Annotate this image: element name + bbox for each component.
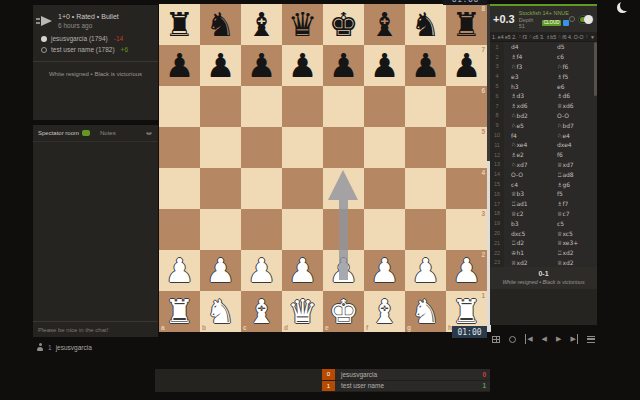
move-row-19: 19b3c5 [490,218,597,228]
engine-pv-row[interactable]: 1. e4 e5 2. ♘f3 ♘c6 3. ♗b5 ♘f6 4. O-O ♘x… [490,32,597,42]
menu-icon[interactable] [587,336,595,343]
black-pawn-f7[interactable]: ♟ [364,45,405,86]
white-bishop-c1[interactable]: ♝ [241,291,282,332]
black-knight-b8[interactable]: ♞ [200,4,241,45]
square-f2[interactable]: ♟ [364,250,405,291]
analysis-board-icon[interactable] [492,336,500,343]
standings-table: 0jesusvgarcia01test user name1 [322,369,490,392]
black-pawn-d7[interactable]: ♟ [282,45,323,86]
square-c2[interactable]: ♟ [241,250,282,291]
black-move[interactable]: c6 [550,53,597,60]
engine-header: +0.3 Stockfish 14+ NNUE Depth 51 CLOUD [490,4,597,32]
square-e6[interactable] [323,86,364,127]
black-pawn-e7[interactable]: ♟ [323,45,364,86]
square-g8[interactable]: ♞ [405,4,446,45]
square-d5[interactable] [282,127,323,168]
room-open-toggle[interactable] [82,130,90,136]
square-g6[interactable] [405,86,446,127]
prev-move-button[interactable]: ◀ [542,334,547,344]
white-move[interactable]: d4 [504,43,550,50]
black-clock: 01:00 [443,0,487,5]
square-a4[interactable] [159,168,200,209]
square-b2[interactable]: ♟ [200,250,241,291]
square-g3[interactable] [405,209,446,250]
move-number: 12 [490,150,504,160]
white-color-icon [41,36,47,42]
time-control-label: 1+0 • Rated • Bullet [58,13,119,20]
black-bishop-f8[interactable]: ♝ [364,4,405,45]
square-e1[interactable]: ♚e [323,291,364,332]
move-row-17: 17♖ad1♗f7 [490,199,597,209]
white-move[interactable]: dxc5 [504,230,550,237]
black-bishop-c8[interactable]: ♝ [241,4,282,45]
white-move[interactable]: ♘xd7 [504,161,550,168]
spectator-count: 1 [48,344,52,351]
white-rating-delta: -14 [114,35,123,42]
square-g5[interactable] [405,127,446,168]
square-h2[interactable]: ♟2 [446,250,487,291]
square-f1[interactable]: ♝f [364,291,405,332]
square-h4[interactable]: 4 [446,168,487,209]
square-a8[interactable]: ♜ [159,4,200,45]
square-f7[interactable]: ♟ [364,45,405,86]
black-move[interactable]: c5 [550,220,597,227]
spectator-room-label: Spectator room [38,130,79,136]
white-knight-g1[interactable]: ♞ [405,291,446,332]
cycle-icon[interactable] [509,336,516,343]
move-number: 8 [490,111,504,121]
voice-chat-icon[interactable] [145,129,153,138]
square-f6[interactable] [364,86,405,127]
white-move[interactable]: f4 [504,132,550,139]
square-c1[interactable]: ♝c [241,291,282,332]
move-number: 18 [490,209,504,219]
square-c5[interactable] [241,127,282,168]
white-move[interactable]: h3 [504,83,550,90]
square-e5[interactable] [323,127,364,168]
black-move[interactable]: ♘f6 [550,63,597,70]
square-b5[interactable] [200,127,241,168]
black-player-name[interactable]: test user name (1782) [51,46,115,53]
engine-eval: +0.3 [493,13,515,25]
result-block: 0-1 White resigned • Black is victorious [490,267,597,289]
square-b4[interactable] [200,168,241,209]
black-move[interactable]: e6 [550,83,597,90]
move-row-16: 16♕b3f5 [490,189,597,199]
square-c4[interactable] [241,168,282,209]
move-row-5: 5h3e6 [490,81,597,91]
square-a6[interactable] [159,86,200,127]
engine-pv-line[interactable]: 1. e4 e5 2. ♘f3 ♘c6 3. ♗b5 ♘f6 4. O-O ♘x… [492,34,588,40]
square-h3[interactable]: 3 [446,209,487,250]
move-number: 3 [490,62,504,72]
move-number: 4 [490,71,504,81]
standings-bar: 0jesusvgarcia01test user name1 [155,369,490,392]
engine-name: Stockfish 14+ NNUE [519,10,569,16]
move-row-9: 9♘e5♘bd7 [490,120,597,130]
black-move[interactable]: ♕c7 [550,210,597,217]
black-rook-h8[interactable]: ♜ [446,4,487,45]
white-move[interactable]: ♗f4 [504,53,550,60]
square-g4[interactable] [405,168,446,209]
white-player-name[interactable]: jesusvgarcia (1794) [51,35,108,42]
analysis-panel: +0.3 Stockfish 14+ NNUE Depth 51 CLOUD 1… [490,4,597,325]
black-move[interactable]: f5 [550,190,597,197]
square-f5[interactable] [364,127,405,168]
move-row-10: 10f4♘e4 [490,130,597,140]
white-move[interactable]: ♕b3 [504,190,550,197]
move-number: 16 [490,189,504,199]
engine-arrow-head [328,170,358,200]
black-pawn-g7[interactable]: ♟ [405,45,446,86]
move-number: 11 [490,140,504,150]
square-e7[interactable]: ♟ [323,45,364,86]
black-move[interactable]: O-O [550,112,597,119]
black-pawn-h7[interactable]: ♟ [446,45,487,86]
square-d8[interactable]: ♛ [282,4,323,45]
black-move[interactable]: ♗f7 [550,200,597,207]
move-row-20: 20dxc5♕xc5 [490,228,597,238]
moon-icon[interactable] [617,2,628,13]
black-move[interactable]: d5 [550,43,597,50]
move-row-21: 21♖d2♕xe3+ [490,238,597,248]
move-row-7: 7♗xd6♕xd6 [490,101,597,111]
standings-row[interactable]: 0jesusvgarcia0 [322,369,490,381]
last-move-button[interactable]: ▶ [570,334,577,344]
white-pawn-d2[interactable]: ♟ [282,250,323,291]
lichess-game-screen: 1+0 • Rated • Bullet 6 hours ago jesusvg… [0,0,640,400]
chess-board[interactable]: ♜♞♝♛♚♝♞♜8♟♟♟♟♟♟♟♟76543♟♟♟♟♟♟♟♟2♜a♞b♝c♛d♚… [159,4,487,332]
square-c3[interactable] [241,209,282,250]
cloud-badge: CLOUD [542,20,562,26]
black-move[interactable]: ♕xd2 [550,259,597,266]
coord-rank-5: 5 [481,128,485,135]
square-b6[interactable] [200,86,241,127]
game-meta-box: 1+0 • Rated • Bullet 6 hours ago jesusvg… [33,5,158,120]
square-a2[interactable]: ♟ [159,250,200,291]
engine-settings-icon[interactable] [569,16,575,22]
move-number: 15 [490,179,504,189]
coord-rank-4: 4 [481,169,485,176]
black-rating-delta: +6 [121,46,128,53]
standings-player-name[interactable]: test user name [335,382,482,389]
black-move[interactable]: ♖xd2 [550,249,597,256]
info-badge[interactable] [563,20,569,26]
white-queen-d1[interactable]: ♛ [282,291,323,332]
white-player-row[interactable]: jesusvgarcia (1794) -14 [33,33,158,44]
white-move[interactable]: ♖ad1 [504,200,550,207]
coord-rank-6: 6 [481,87,485,94]
move-row-3: 3♘f3♘f6 [490,62,597,72]
square-b8[interactable]: ♞ [200,4,241,45]
black-player-row[interactable]: test user name (1782) +6 [33,44,158,55]
move-number: 5 [490,81,504,91]
person-icon [36,343,44,351]
white-move[interactable]: ♘e5 [504,122,550,129]
square-d3[interactable] [282,209,323,250]
spectator-name[interactable]: jesusvgarcia [56,344,92,351]
square-f8[interactable]: ♝ [364,4,405,45]
white-pawn-f2[interactable]: ♟ [364,250,405,291]
move-number: 1 [490,42,504,52]
move-row-22: 22♔h1♖xd2 [490,248,597,258]
white-pawn-h2[interactable]: ♟ [446,250,487,291]
white-move[interactable]: ♘bd2 [504,112,550,119]
white-move[interactable]: ♔h1 [504,249,550,256]
white-move[interactable]: ♘xe4 [504,141,550,148]
chat-messages [33,142,158,321]
move-number: 22 [490,248,504,258]
move-row-4: 4e3♗f5 [490,71,597,81]
engine-depth: Depth 51 [519,17,540,29]
square-b3[interactable] [200,209,241,250]
result-score: 0-1 [490,270,597,277]
square-h8[interactable]: ♜8 [446,4,487,45]
black-move[interactable]: ♘e4 [550,132,597,139]
white-bishop-f1[interactable]: ♝ [364,291,405,332]
coord-rank-3: 3 [481,210,485,217]
black-move[interactable]: ♗g6 [550,181,597,188]
white-clock: 01:00 [452,326,487,338]
white-move[interactable]: ♘f3 [504,63,550,70]
white-move[interactable]: ♗xd6 [504,102,550,109]
square-e8[interactable]: ♚ [323,4,364,45]
move-row-14: 14O-O♖ad8 [490,169,597,179]
square-g2[interactable]: ♟ [405,250,446,291]
black-move[interactable]: ♕xd6 [550,102,597,109]
white-pawn-b2[interactable]: ♟ [200,250,241,291]
square-d1[interactable]: ♛d [282,291,323,332]
move-number: 2 [490,52,504,62]
white-move[interactable]: b3 [504,220,550,227]
move-number: 9 [490,120,504,130]
move-number: 19 [490,218,504,228]
white-knight-b1[interactable]: ♞ [200,291,241,332]
square-b1[interactable]: ♞b [200,291,241,332]
move-number: 21 [490,238,504,248]
white-move[interactable]: ♕c2 [504,210,550,217]
white-move[interactable]: ♗e2 [504,151,550,158]
move-row-15: 15c4♗g6 [490,179,597,189]
square-a1[interactable]: ♜a [159,291,200,332]
move-row-12: 12♗e2f6 [490,150,597,160]
square-a5[interactable] [159,127,200,168]
notes-label: Notes [100,130,116,136]
tab-notes[interactable]: Notes [95,125,121,141]
move-row-18: 18♕c2♕c7 [490,209,597,219]
result-description: White resigned • Black is victorious [490,279,597,285]
spectator-list: 1 jesusvgarcia [36,343,92,351]
move-number: 10 [490,130,504,140]
square-g1[interactable]: ♞g [405,291,446,332]
standings-player-name[interactable]: jesusvgarcia [335,371,482,378]
square-h5[interactable]: 5 [446,127,487,168]
standings-rank-badge: 1 [322,381,335,392]
square-d7[interactable]: ♟ [282,45,323,86]
chat-input[interactable] [38,327,153,333]
square-d2[interactable]: ♟ [282,250,323,291]
square-a7[interactable]: ♟ [159,45,200,86]
square-g7[interactable]: ♟ [405,45,446,86]
move-number: 14 [490,169,504,179]
engine-arrow-shaft [339,200,348,280]
chevron-down-icon[interactable]: ▼ [590,34,595,40]
next-move-button[interactable]: ▶ [556,334,561,344]
square-f3[interactable] [364,209,405,250]
move-row-13: 13♘xd7♕xd7 [490,160,597,170]
move-row-23: 23♕xd2♕xd2 [490,258,597,268]
black-queen-d8[interactable]: ♛ [282,4,323,45]
square-a3[interactable] [159,209,200,250]
square-d4[interactable] [282,168,323,209]
square-c8[interactable]: ♝ [241,4,282,45]
move-number: 6 [490,91,504,101]
black-move[interactable]: ♕xc5 [550,230,597,237]
tab-spectator-room[interactable]: Spectator room [33,125,95,141]
white-king-e1[interactable]: ♚ [323,291,364,332]
black-move[interactable]: f6 [550,151,597,158]
black-move[interactable]: ♖ad8 [550,171,597,178]
move-row-2: 2♗f4c6 [490,52,597,62]
black-move[interactable]: ♗f5 [550,73,597,80]
black-move[interactable]: ♗d6 [550,92,597,99]
move-row-8: 8♘bd2O-O [490,111,597,121]
black-pawn-b7[interactable]: ♟ [200,45,241,86]
game-date-label: 6 hours ago [58,22,119,29]
white-pawn-c2[interactable]: ♟ [241,250,282,291]
game-result-text: White resigned • Black is victorious [33,62,158,77]
engine-toggle[interactable] [578,15,594,24]
black-pawn-c7[interactable]: ♟ [241,45,282,86]
white-pawn-g2[interactable]: ♟ [405,250,446,291]
standings-score: 1 [482,382,490,389]
square-h7[interactable]: ♟7 [446,45,487,86]
black-pawn-a7[interactable]: ♟ [159,45,200,86]
standings-rank-badge: 0 [322,369,335,380]
standings-row[interactable]: 1test user name1 [322,381,490,393]
square-c6[interactable] [241,86,282,127]
move-number: 20 [490,228,504,238]
move-number: 23 [490,258,504,268]
move-row-11: 11♘xe4dxe4 [490,140,597,150]
white-rook-a1[interactable]: ♜ [159,291,200,332]
black-move[interactable]: ♕xd7 [550,161,597,168]
square-d6[interactable] [282,86,323,127]
white-pawn-a2[interactable]: ♟ [159,250,200,291]
white-move[interactable]: O-O [504,171,550,178]
move-row-1: 1d4d5 [490,42,597,52]
black-move[interactable]: dxe4 [550,141,597,148]
white-move[interactable]: e3 [504,73,550,80]
black-color-icon [41,47,47,53]
black-move[interactable]: ♕xe3+ [550,239,597,246]
move-list[interactable]: 1d4d52♗f4c63♘f3♘f64e3♗f55h3e66♗d3♗d67♗xd… [490,42,597,267]
move-number: 17 [490,199,504,209]
white-move[interactable]: c4 [504,181,550,188]
standings-score: 0 [482,371,490,378]
square-c7[interactable]: ♟ [241,45,282,86]
white-move[interactable]: ♗d3 [504,92,550,99]
white-move[interactable]: ♖d2 [504,239,550,246]
square-f4[interactable] [364,168,405,209]
square-b7[interactable]: ♟ [200,45,241,86]
white-move[interactable]: ♕xd2 [504,259,550,266]
chat-box: Spectator room Notes [33,125,158,337]
move-row-6: 6♗d3♗d6 [490,91,597,101]
bullet-icon [41,16,52,26]
black-move[interactable]: ♘bd7 [550,122,597,129]
replay-toolbar: ◀ ◀ ▶ ▶ [490,332,597,346]
move-number: 13 [490,160,504,170]
first-move-button[interactable]: ◀ [525,334,532,344]
black-knight-g8[interactable]: ♞ [405,4,446,45]
square-h6[interactable]: 6 [446,86,487,127]
move-number: 7 [490,101,504,111]
black-rook-a8[interactable]: ♜ [159,4,200,45]
black-king-e8[interactable]: ♚ [323,4,364,45]
move-list-scrollbar[interactable] [594,42,597,96]
